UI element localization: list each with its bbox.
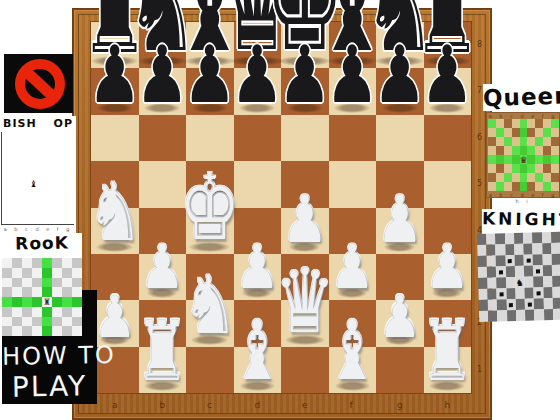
diagram-cell <box>542 265 552 276</box>
how-to-play-line2: PLAY <box>2 369 98 404</box>
diagram-cell <box>20 167 29 179</box>
diagram-cell <box>512 119 520 128</box>
diagram-cell <box>496 137 504 146</box>
diagram-cell <box>29 201 38 213</box>
diagram-cell <box>488 119 496 128</box>
diagram-cell <box>11 155 20 167</box>
rook-icon: ♜ <box>42 297 52 307</box>
diagram-cell: ♝ <box>29 178 38 190</box>
rank-label-1: 1 <box>477 365 482 375</box>
diagram-cell <box>542 254 552 265</box>
file-label-c: c <box>207 400 212 410</box>
diagram-cell <box>533 254 543 265</box>
diagram-cell <box>2 190 11 202</box>
bishop-moves-panel: BISH OP ♝ a b c d e f g h <box>0 116 76 234</box>
diagram-cell <box>505 233 515 244</box>
diagram-cell <box>2 201 11 213</box>
queen-panel-title-card: Queen <box>483 84 560 111</box>
diagram-cell <box>496 146 504 155</box>
diagram-cell <box>52 268 62 278</box>
diagram-cell <box>552 287 560 298</box>
diagram-cell <box>552 276 560 287</box>
diagram-cell <box>523 233 533 244</box>
diagram-cell <box>29 155 38 167</box>
diagram-cell <box>62 326 72 336</box>
diagram-cell <box>504 155 512 164</box>
diagram-cell <box>512 137 520 146</box>
diagram-cell <box>42 307 52 317</box>
diagram-cell <box>497 288 507 299</box>
diagram-cell <box>20 178 29 190</box>
square-a6[interactable] <box>91 115 139 161</box>
diagram-cell <box>2 178 11 190</box>
square-h6[interactable] <box>424 115 472 161</box>
diagram-cell <box>20 155 29 167</box>
diagram-cell <box>22 297 32 307</box>
diagram-cell <box>62 307 72 317</box>
diagram-cell <box>2 213 11 225</box>
diagram-cell <box>2 167 11 179</box>
diagram-cell <box>11 144 20 156</box>
knight-panel-title: KNIGHT <box>482 208 560 229</box>
diagram-cell <box>488 288 498 299</box>
diagram-cell <box>478 278 488 289</box>
diagram-cell <box>42 258 52 268</box>
diagram-cell <box>56 155 65 167</box>
diagram-cell <box>62 297 72 307</box>
diagram-cell <box>478 256 488 267</box>
diagram-cell <box>32 258 42 268</box>
diagram-cell <box>56 132 65 144</box>
diagram-cell <box>22 268 32 278</box>
diagram-cell <box>52 278 62 288</box>
diagram-cell <box>52 297 62 307</box>
square-f5[interactable] <box>329 161 377 207</box>
diagram-cell <box>496 119 504 128</box>
diagram-cell <box>38 190 47 202</box>
square-d6[interactable] <box>234 115 282 161</box>
diagram-cell <box>29 167 38 179</box>
bishop-icon: ♝ <box>29 178 38 190</box>
diagram-cell <box>553 309 560 320</box>
diagram-cell <box>552 298 560 309</box>
diagram-cell <box>12 258 22 268</box>
diagram-cell <box>535 173 543 182</box>
diagram-cell <box>29 132 38 144</box>
diagram-cell <box>72 317 82 327</box>
diagram-cell <box>11 178 20 190</box>
diagram-cell <box>495 233 505 244</box>
diagram-cell <box>38 201 47 213</box>
diagram-cell <box>533 243 543 254</box>
diagram-cell <box>11 213 20 225</box>
diagram-cell <box>534 298 544 309</box>
diagram-cell <box>551 232 560 243</box>
diagram-cell <box>488 128 496 137</box>
diagram-cell <box>516 299 526 310</box>
diagram-cell <box>42 278 52 288</box>
diagram-cell <box>504 182 512 191</box>
diagram-cell <box>504 128 512 137</box>
diagram-cell <box>488 182 496 191</box>
diagram-cell <box>524 266 534 277</box>
rook-panel-title-card: RooK <box>2 233 82 258</box>
diagram-cell <box>512 155 520 164</box>
diagram-cell <box>496 128 504 137</box>
rank-label-5: 5 <box>477 179 482 189</box>
piece-white-rook-h1[interactable]: ♜ <box>417 309 477 392</box>
diagram-cell <box>47 190 56 202</box>
diagram-cell <box>2 268 12 278</box>
diagram-cell <box>524 277 534 288</box>
diagram-cell <box>543 298 553 309</box>
diagram-cell <box>542 243 552 254</box>
diagram-cell <box>505 255 515 266</box>
diagram-cell <box>512 164 520 173</box>
diagram-cell <box>520 137 528 146</box>
diagram-cell: ♛ <box>520 155 528 164</box>
diagram-cell <box>22 307 32 317</box>
diagram-cell <box>532 232 542 243</box>
diagram-cell <box>20 213 29 225</box>
diagram-cell <box>551 243 560 254</box>
knight-icon: ♞ <box>515 277 525 288</box>
diagram-cell <box>477 245 487 256</box>
diagram-cell <box>29 190 38 202</box>
diagram-cell <box>535 182 543 191</box>
file-label-d: d <box>255 400 261 410</box>
diagram-cell <box>20 144 29 156</box>
diagram-cell <box>12 317 22 327</box>
diagram-cell <box>62 287 72 297</box>
diagram-cell <box>487 245 497 256</box>
diagram-cell <box>72 278 82 288</box>
diagram-cell <box>512 128 520 137</box>
bishop-panel-title-left: BISH <box>3 117 37 130</box>
diagram-cell <box>11 167 20 179</box>
diagram-cell <box>479 300 489 311</box>
rank-label-6: 6 <box>477 133 482 143</box>
queen-moves-panel: a b c d e f g h i ♛ a b c d e f g h i <box>486 112 560 198</box>
diagram-cell <box>551 128 559 137</box>
diagram-cell <box>56 213 65 225</box>
diagram-cell <box>65 213 74 225</box>
diagram-cell <box>504 146 512 155</box>
diagram-cell <box>32 307 42 317</box>
diagram-cell <box>505 244 515 255</box>
diagram-cell <box>22 326 32 336</box>
square-g6[interactable] <box>376 115 424 161</box>
diagram-cell <box>488 164 496 173</box>
rook-moves-diagram: ♜ <box>2 258 82 336</box>
diagram-cell <box>38 213 47 225</box>
diagram-cell <box>38 155 47 167</box>
diagram-cell <box>47 201 56 213</box>
diagram-cell <box>62 258 72 268</box>
diagram-cell <box>551 146 559 155</box>
diagram-cell <box>32 287 42 297</box>
diagram-cell <box>523 244 533 255</box>
diagram-cell <box>65 190 74 202</box>
diagram-cell <box>2 155 11 167</box>
diagram-cell <box>72 287 82 297</box>
diagram-cell <box>22 258 32 268</box>
file-label-g: g <box>397 400 403 410</box>
diagram-cell <box>512 182 520 191</box>
diagram-cell <box>12 268 22 278</box>
piece-white-pawn-g4[interactable]: ♟ <box>374 186 426 252</box>
diagram-cell <box>504 173 512 182</box>
diagram-cell <box>527 146 535 155</box>
diagram-cell <box>551 254 560 265</box>
diagram-cell <box>65 178 74 190</box>
diagram-cell <box>11 201 20 213</box>
diagram-cell <box>22 287 32 297</box>
diagram-cell <box>507 310 517 321</box>
rank-label-7: 7 <box>477 86 482 96</box>
diagram-cell <box>62 317 72 327</box>
diagram-cell <box>72 268 82 278</box>
diagram-cell <box>488 173 496 182</box>
diagram-cell <box>47 132 56 144</box>
diagram-cell <box>520 119 528 128</box>
diagram-cell <box>2 144 11 156</box>
diagram-cell <box>543 146 551 155</box>
diagram-cell <box>497 277 507 288</box>
diagram-cell <box>527 173 535 182</box>
diagram-cell <box>52 258 62 268</box>
diagram-cell <box>2 326 12 336</box>
diagram-cell <box>524 255 534 266</box>
diagram-cell <box>496 255 506 266</box>
diagram-cell <box>56 167 65 179</box>
square-e6[interactable] <box>281 115 329 161</box>
square-c1[interactable] <box>186 347 234 393</box>
diagram-cell <box>543 287 553 298</box>
diagram-cell <box>65 144 74 156</box>
diagram-cell <box>527 164 535 173</box>
diagram-cell <box>2 317 12 327</box>
diagram-cell <box>535 128 543 137</box>
diagram-cell <box>512 146 520 155</box>
diagram-cell <box>47 167 56 179</box>
diagram-cell <box>543 164 551 173</box>
piece-black-pawn-h7[interactable]: ♟ <box>417 35 477 114</box>
diagram-cell <box>2 307 12 317</box>
diagram-cell <box>2 287 12 297</box>
diagram-cell <box>535 155 543 164</box>
diagram-cell <box>527 137 535 146</box>
diagram-cell <box>32 268 42 278</box>
diagram-cell <box>525 310 535 321</box>
diagram-cell <box>506 266 516 277</box>
diagram-cell <box>29 213 38 225</box>
diagram-cell <box>38 178 47 190</box>
diagram-cell <box>514 255 524 266</box>
diagram-cell <box>487 278 497 289</box>
diagram-cell <box>52 326 62 336</box>
file-label-e: e <box>302 400 308 410</box>
queen-panel-title: Queen <box>483 83 560 112</box>
diagram-cell <box>42 317 52 327</box>
diagram-cell <box>29 144 38 156</box>
diagram-cell <box>543 173 551 182</box>
diagram-cell <box>551 173 559 182</box>
diagram-cell <box>552 265 560 276</box>
diagram-cell <box>496 244 506 255</box>
diagram-cell <box>479 311 489 322</box>
diagram-cell <box>32 326 42 336</box>
diagram-cell <box>497 299 507 310</box>
diagram-cell <box>525 288 535 299</box>
diagram-cell <box>535 119 543 128</box>
diagram-cell <box>504 164 512 173</box>
diagram-cell <box>525 299 535 310</box>
how-to-play-line1: HOW TO <box>2 341 97 371</box>
diagram-cell <box>38 132 47 144</box>
diagram-cell <box>12 278 22 288</box>
diagram-cell <box>47 144 56 156</box>
diagram-cell <box>535 146 543 155</box>
diagram-cell <box>32 297 42 307</box>
rook-panel-title: RooK <box>2 232 82 253</box>
diagram-cell <box>2 297 12 307</box>
diagram-cell <box>487 256 497 267</box>
diagram-cell <box>478 267 488 278</box>
diagram-cell <box>527 128 535 137</box>
diagram-cell <box>486 234 496 245</box>
diagram-cell <box>534 287 544 298</box>
diagram-cell <box>20 201 29 213</box>
diagram-cell <box>11 132 20 144</box>
diagram-cell <box>496 164 504 173</box>
diagram-cell <box>535 164 543 173</box>
piece-white-rook-b1[interactable]: ♜ <box>132 309 192 392</box>
queen-diagram-bottom-coords: a b c d e f g h i <box>487 192 559 204</box>
diagram-cell <box>551 137 559 146</box>
piece-white-bishop-d1[interactable]: ♝ <box>228 310 286 392</box>
diagram-cell <box>543 155 551 164</box>
diagram-cell <box>533 265 543 276</box>
diagram-cell <box>542 232 552 243</box>
diagram-cell <box>527 182 535 191</box>
diagram-cell <box>506 277 516 288</box>
diagram-cell <box>42 287 52 297</box>
square-h5[interactable] <box>424 161 472 207</box>
piece-white-pawn-h3[interactable]: ♟ <box>422 237 472 298</box>
diagram-cell <box>47 155 56 167</box>
diagram-cell <box>72 307 82 317</box>
file-label-h: h <box>445 400 451 410</box>
diagram-cell <box>488 299 498 310</box>
diagram-cell <box>38 167 47 179</box>
piece-white-pawn-e4[interactable]: ♟ <box>279 186 331 252</box>
diagram-cell <box>504 119 512 128</box>
diagram-cell <box>12 307 22 317</box>
diagram-cell <box>72 326 82 336</box>
diagram-cell <box>62 278 72 288</box>
diagram-cell <box>62 268 72 278</box>
diagram-cell <box>497 310 507 321</box>
diagram-cell <box>551 164 559 173</box>
diagram-cell <box>72 297 82 307</box>
diagram-cell <box>42 268 52 278</box>
diagram-cell <box>512 173 520 182</box>
square-f6[interactable] <box>329 115 377 161</box>
diagram-cell <box>544 309 554 320</box>
diagram-cell <box>514 244 524 255</box>
piece-white-bishop-f1[interactable]: ♝ <box>323 310 381 392</box>
diagram-cell <box>543 119 551 128</box>
diagram-cell <box>515 288 525 299</box>
diagram-cell <box>488 146 496 155</box>
diagram-cell <box>52 317 62 327</box>
diagram-cell <box>543 182 551 191</box>
diagram-cell <box>543 128 551 137</box>
bishop-moves-diagram: ♝ <box>1 132 74 225</box>
diagram-cell <box>527 119 535 128</box>
diagram-cell <box>2 278 12 288</box>
file-label-f: f <box>350 400 353 410</box>
diagram-cell <box>506 299 516 310</box>
diagram-cell <box>488 137 496 146</box>
diagram-cell <box>20 132 29 144</box>
diagram-cell <box>52 307 62 317</box>
diagram-cell <box>65 167 74 179</box>
diagram-cell <box>65 132 74 144</box>
diagram-cell <box>477 234 487 245</box>
file-label-a: a <box>112 400 118 410</box>
knight-moves-diagram: ♞ <box>477 232 560 322</box>
diagram-cell <box>516 310 526 321</box>
diagram-cell: ♜ <box>42 297 52 307</box>
diagram-cell <box>47 213 56 225</box>
diagram-cell <box>496 266 506 277</box>
knight-panel-title-card: KNIGHT <box>482 209 560 235</box>
diagram-cell <box>551 119 559 128</box>
diagram-cell <box>506 288 516 299</box>
diagram-cell <box>32 317 42 327</box>
diagram-cell <box>534 309 544 320</box>
diagram-cell <box>496 173 504 182</box>
chess-app-screenshot: abcdefgh87654321 ♜♞♝♛♚♝♞♜♟♟♟♟♟♟♟♟♞♚♟♟♟♟♟… <box>0 0 560 420</box>
diagram-cell <box>56 178 65 190</box>
diagram-cell <box>11 190 20 202</box>
diagram-cell <box>12 297 22 307</box>
diagram-cell <box>56 201 65 213</box>
diagram-cell <box>478 289 488 300</box>
queen-moves-diagram: ♛ <box>488 119 559 191</box>
diagram-cell <box>496 182 504 191</box>
diagram-cell <box>72 258 82 268</box>
diagram-cell <box>533 276 543 287</box>
diagram-cell <box>504 137 512 146</box>
diagram-cell <box>32 278 42 288</box>
file-label-b: b <box>160 400 166 410</box>
diagram-cell <box>38 144 47 156</box>
diagram-cell <box>2 258 12 268</box>
diagram-cell <box>520 182 528 191</box>
diagram-cell <box>22 317 32 327</box>
diagram-cell <box>551 182 559 191</box>
diagram-cell <box>65 155 74 167</box>
no-entry-sign <box>4 54 73 113</box>
diagram-cell <box>515 266 525 277</box>
diagram-cell <box>65 201 74 213</box>
queen-icon: ♛ <box>520 155 528 164</box>
diagram-cell <box>487 267 497 278</box>
diagram-cell <box>488 310 498 321</box>
